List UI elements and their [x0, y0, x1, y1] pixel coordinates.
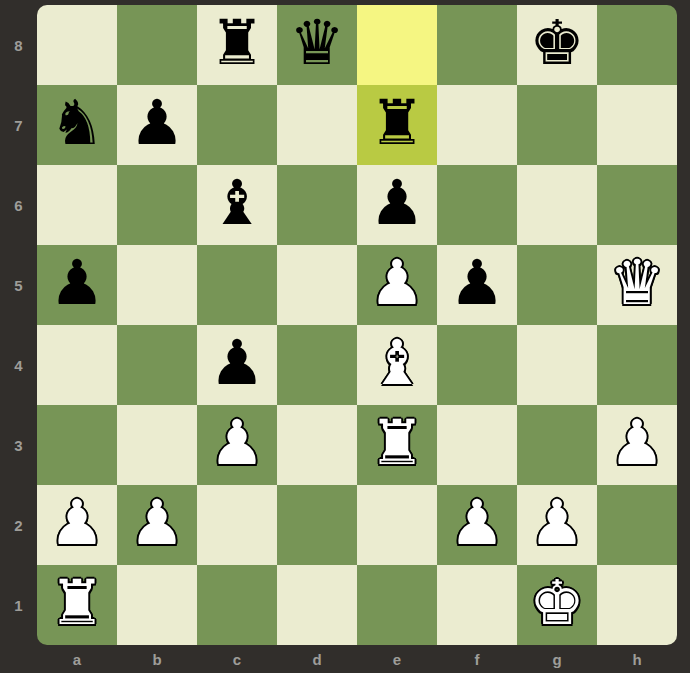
black-pawn-b7[interactable]: ♟ — [129, 92, 185, 154]
square-d2[interactable] — [277, 485, 357, 565]
square-a2[interactable]: ♟ — [37, 485, 117, 565]
square-b2[interactable]: ♟ — [117, 485, 197, 565]
square-a1[interactable]: ♜ — [37, 565, 117, 645]
square-e1[interactable] — [357, 565, 437, 645]
square-h3[interactable]: ♟ — [597, 405, 677, 485]
white-rook-a1[interactable]: ♜ — [49, 572, 105, 634]
rank-coordinates: 87654321 — [0, 5, 37, 645]
square-d5[interactable] — [277, 245, 357, 325]
rank-label-3: 3 — [0, 405, 37, 485]
white-pawn-h3[interactable]: ♟ — [609, 412, 665, 474]
rank-label-7: 7 — [0, 85, 37, 165]
square-f2[interactable]: ♟ — [437, 485, 517, 565]
square-e3[interactable]: ♜ — [357, 405, 437, 485]
square-e2[interactable] — [357, 485, 437, 565]
square-d7[interactable] — [277, 85, 357, 165]
white-pawn-e5[interactable]: ♟ — [369, 252, 425, 314]
square-b7[interactable]: ♟ — [117, 85, 197, 165]
square-f8[interactable] — [437, 5, 517, 85]
white-pawn-g2[interactable]: ♟ — [529, 492, 585, 554]
file-label-c: c — [197, 645, 277, 673]
white-pawn-a2[interactable]: ♟ — [49, 492, 105, 554]
square-e4[interactable]: ♝ — [357, 325, 437, 405]
square-b8[interactable] — [117, 5, 197, 85]
square-e6[interactable]: ♟ — [357, 165, 437, 245]
square-a8[interactable] — [37, 5, 117, 85]
black-rook-e7[interactable]: ♜ — [369, 92, 425, 154]
rank-label-2: 2 — [0, 485, 37, 565]
square-c7[interactable] — [197, 85, 277, 165]
black-bishop-c6[interactable]: ♝ — [209, 172, 265, 234]
square-a6[interactable] — [37, 165, 117, 245]
file-label-d: d — [277, 645, 357, 673]
square-h8[interactable] — [597, 5, 677, 85]
file-label-e: e — [357, 645, 437, 673]
square-b5[interactable] — [117, 245, 197, 325]
file-label-f: f — [437, 645, 517, 673]
square-f4[interactable] — [437, 325, 517, 405]
square-d3[interactable] — [277, 405, 357, 485]
white-queen-h5[interactable]: ♛ — [609, 252, 665, 314]
square-h2[interactable] — [597, 485, 677, 565]
square-g5[interactable] — [517, 245, 597, 325]
square-e8[interactable] — [357, 5, 437, 85]
black-king-g8[interactable]: ♚ — [529, 12, 585, 74]
square-g1[interactable]: ♚ — [517, 565, 597, 645]
black-knight-a7[interactable]: ♞ — [49, 92, 105, 154]
square-e5[interactable]: ♟ — [357, 245, 437, 325]
square-c1[interactable] — [197, 565, 277, 645]
white-bishop-e4[interactable]: ♝ — [369, 332, 425, 394]
square-h7[interactable] — [597, 85, 677, 165]
black-queen-d8[interactable]: ♛ — [289, 12, 345, 74]
file-label-a: a — [37, 645, 117, 673]
square-c4[interactable]: ♟ — [197, 325, 277, 405]
square-f6[interactable] — [437, 165, 517, 245]
chess-app-window: 87654321 ♜♛♚♞♟♜♝♟♟♟♟♛♟♝♟♜♟♟♟♟♟♜♚ abcdefg… — [0, 0, 690, 673]
rank-label-4: 4 — [0, 325, 37, 405]
white-rook-e3[interactable]: ♜ — [369, 412, 425, 474]
square-h4[interactable] — [597, 325, 677, 405]
file-coordinates: abcdefgh — [37, 645, 677, 673]
square-f3[interactable] — [437, 405, 517, 485]
rank-label-8: 8 — [0, 5, 37, 85]
black-pawn-e6[interactable]: ♟ — [369, 172, 425, 234]
white-pawn-b2[interactable]: ♟ — [129, 492, 185, 554]
square-f7[interactable] — [437, 85, 517, 165]
square-g7[interactable] — [517, 85, 597, 165]
square-h6[interactable] — [597, 165, 677, 245]
black-pawn-c4[interactable]: ♟ — [209, 332, 265, 394]
white-pawn-f2[interactable]: ♟ — [449, 492, 505, 554]
square-a4[interactable] — [37, 325, 117, 405]
white-pawn-c3[interactable]: ♟ — [209, 412, 265, 474]
square-f5[interactable]: ♟ — [437, 245, 517, 325]
square-f1[interactable] — [437, 565, 517, 645]
square-c5[interactable] — [197, 245, 277, 325]
square-h1[interactable] — [597, 565, 677, 645]
square-g3[interactable] — [517, 405, 597, 485]
square-b4[interactable] — [117, 325, 197, 405]
square-g6[interactable] — [517, 165, 597, 245]
square-c2[interactable] — [197, 485, 277, 565]
board[interactable]: ♜♛♚♞♟♜♝♟♟♟♟♛♟♝♟♜♟♟♟♟♟♜♚ — [37, 5, 677, 645]
black-pawn-f5[interactable]: ♟ — [449, 252, 505, 314]
file-label-b: b — [117, 645, 197, 673]
square-a7[interactable]: ♞ — [37, 85, 117, 165]
square-c6[interactable]: ♝ — [197, 165, 277, 245]
rank-label-6: 6 — [0, 165, 37, 245]
square-c8[interactable]: ♜ — [197, 5, 277, 85]
square-b6[interactable] — [117, 165, 197, 245]
file-label-g: g — [517, 645, 597, 673]
square-d1[interactable] — [277, 565, 357, 645]
square-e7[interactable]: ♜ — [357, 85, 437, 165]
square-a3[interactable] — [37, 405, 117, 485]
square-d6[interactable] — [277, 165, 357, 245]
square-c3[interactable]: ♟ — [197, 405, 277, 485]
rank-label-5: 5 — [0, 245, 37, 325]
square-g2[interactable]: ♟ — [517, 485, 597, 565]
square-b1[interactable] — [117, 565, 197, 645]
white-king-g1[interactable]: ♚ — [529, 572, 585, 634]
square-a5[interactable]: ♟ — [37, 245, 117, 325]
square-b3[interactable] — [117, 405, 197, 485]
square-g8[interactable]: ♚ — [517, 5, 597, 85]
rank-label-1: 1 — [0, 565, 37, 645]
file-label-h: h — [597, 645, 677, 673]
black-rook-c8[interactable]: ♜ — [209, 12, 265, 74]
square-g4[interactable] — [517, 325, 597, 405]
square-h5[interactable]: ♛ — [597, 245, 677, 325]
black-pawn-a5[interactable]: ♟ — [49, 252, 105, 314]
square-d4[interactable] — [277, 325, 357, 405]
square-d8[interactable]: ♛ — [277, 5, 357, 85]
